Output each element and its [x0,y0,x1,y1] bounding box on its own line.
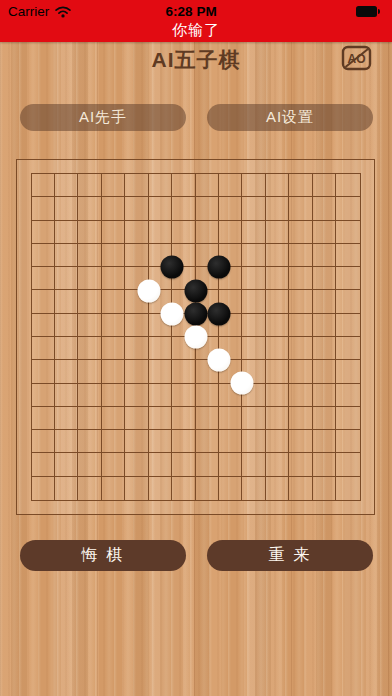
clock-label: 6:28 PM [26,4,356,19]
white-stone [207,349,230,372]
annotation-icon[interactable]: AO [341,45,372,71]
restart-button[interactable]: 重 来 [207,540,373,571]
board-inner [31,173,361,501]
black-stone [184,302,207,325]
black-stone [207,302,230,325]
black-stone [184,279,207,302]
ai-first-button[interactable]: AI先手 [20,104,186,131]
white-stone [184,326,207,349]
white-stone [231,372,254,395]
ai-settings-button[interactable]: AI设置 [207,104,373,131]
status-bar: Carrier 6:28 PM [0,0,392,20]
battery-icon [356,6,377,17]
white-stone [137,279,160,302]
black-stone [161,256,184,279]
stones-layer [32,175,359,500]
game-result-message: 你输了 [0,20,392,40]
app-screen: Carrier 6:28 PM 你输了 AI五子棋 AO AI先手 AI设置 悔… [0,0,392,696]
white-stone [161,302,184,325]
page-title: AI五子棋 [0,46,392,74]
black-stone [207,256,230,279]
undo-button[interactable]: 悔 棋 [20,540,186,571]
game-board[interactable] [16,159,375,515]
status-banner: Carrier 6:28 PM 你输了 [0,0,392,42]
